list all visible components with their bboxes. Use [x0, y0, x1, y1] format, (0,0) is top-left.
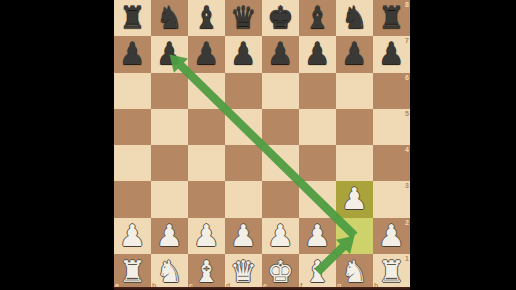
black-king[interactable]: ♚ [262, 0, 299, 36]
black-bishop[interactable]: ♝ [188, 0, 225, 36]
square-g4[interactable] [336, 145, 373, 181]
rank-label-5: 5 [405, 110, 409, 117]
square-c1[interactable]: c♝ [188, 254, 225, 290]
square-f8[interactable]: ♝ [299, 0, 336, 36]
black-pawn[interactable]: ♟ [262, 36, 299, 72]
square-e7[interactable]: ♟ [262, 36, 299, 72]
square-f1[interactable]: f♝ [299, 254, 336, 290]
square-b7[interactable]: ♟ [151, 36, 188, 72]
black-pawn[interactable]: ♟ [114, 36, 151, 72]
square-c5[interactable] [188, 109, 225, 145]
black-pawn[interactable]: ♟ [188, 36, 225, 72]
square-a3[interactable] [114, 181, 151, 217]
square-b2[interactable]: ♟ [151, 218, 188, 254]
square-g6[interactable] [336, 73, 373, 109]
square-b5[interactable] [151, 109, 188, 145]
square-c8[interactable]: ♝ [188, 0, 225, 36]
square-d7[interactable]: ♟ [225, 36, 262, 72]
white-pawn[interactable]: ♟ [151, 218, 188, 254]
white-pawn[interactable]: ♟ [225, 218, 262, 254]
square-a5[interactable] [114, 109, 151, 145]
square-g1[interactable]: g♞ [336, 254, 373, 290]
black-pawn[interactable]: ♟ [299, 36, 336, 72]
square-f6[interactable] [299, 73, 336, 109]
square-e2[interactable]: ♟ [262, 218, 299, 254]
rank-label-6: 6 [405, 74, 409, 81]
white-bishop[interactable]: ♝ [299, 254, 336, 290]
square-d3[interactable] [225, 181, 262, 217]
square-c4[interactable] [188, 145, 225, 181]
rank-label-1: 1 [405, 255, 409, 262]
white-pawn[interactable]: ♟ [262, 218, 299, 254]
white-bishop[interactable]: ♝ [188, 254, 225, 290]
square-b8[interactable]: ♞ [151, 0, 188, 36]
square-d5[interactable] [225, 109, 262, 145]
square-f4[interactable] [299, 145, 336, 181]
square-a8[interactable]: ♜ [114, 0, 151, 36]
screenshot-stage: ♜♞♝♛♚♝♞8♜♟♟♟♟♟♟♟7♟654♟3♟♟♟♟♟♟2♟a♜b♞c♝d♛e… [0, 0, 516, 290]
square-a2[interactable]: ♟ [114, 218, 151, 254]
white-knight[interactable]: ♞ [336, 254, 373, 290]
square-e8[interactable]: ♚ [262, 0, 299, 36]
white-queen[interactable]: ♛ [225, 254, 262, 290]
square-h7[interactable]: 7♟ [373, 36, 410, 72]
square-b1[interactable]: b♞ [151, 254, 188, 290]
square-h6[interactable]: 6 [373, 73, 410, 109]
square-e1[interactable]: e♚ [262, 254, 299, 290]
square-a4[interactable] [114, 145, 151, 181]
chess-board-area: ♜♞♝♛♚♝♞8♜♟♟♟♟♟♟♟7♟654♟3♟♟♟♟♟♟2♟a♜b♞c♝d♛e… [114, 0, 410, 290]
rank-label-4: 4 [405, 146, 409, 153]
black-bishop[interactable]: ♝ [299, 0, 336, 36]
square-b6[interactable] [151, 73, 188, 109]
white-pawn[interactable]: ♟ [299, 218, 336, 254]
square-e3[interactable] [262, 181, 299, 217]
black-queen[interactable]: ♛ [225, 0, 262, 36]
square-g8[interactable]: ♞ [336, 0, 373, 36]
square-h8[interactable]: 8♜ [373, 0, 410, 36]
square-g7[interactable]: ♟ [336, 36, 373, 72]
black-knight[interactable]: ♞ [151, 0, 188, 36]
left-black-bar [0, 0, 114, 290]
square-h2[interactable]: 2♟ [373, 218, 410, 254]
black-pawn[interactable]: ♟ [225, 36, 262, 72]
rank-label-8: 8 [405, 1, 409, 8]
black-pawn[interactable]: ♟ [336, 36, 373, 72]
black-rook[interactable]: ♜ [114, 0, 151, 36]
square-f5[interactable] [299, 109, 336, 145]
white-rook[interactable]: ♜ [114, 254, 151, 290]
white-knight[interactable]: ♞ [151, 254, 188, 290]
square-f7[interactable]: ♟ [299, 36, 336, 72]
white-king[interactable]: ♚ [262, 254, 299, 290]
chess-board: ♜♞♝♛♚♝♞8♜♟♟♟♟♟♟♟7♟654♟3♟♟♟♟♟♟2♟a♜b♞c♝d♛e… [114, 0, 410, 290]
square-d1[interactable]: d♛ [225, 254, 262, 290]
square-e5[interactable] [262, 109, 299, 145]
black-knight[interactable]: ♞ [336, 0, 373, 36]
square-a7[interactable]: ♟ [114, 36, 151, 72]
square-d8[interactable]: ♛ [225, 0, 262, 36]
square-b3[interactable] [151, 181, 188, 217]
square-c7[interactable]: ♟ [188, 36, 225, 72]
rank-label-7: 7 [405, 37, 409, 44]
square-h5[interactable]: 5 [373, 109, 410, 145]
square-f2[interactable]: ♟ [299, 218, 336, 254]
right-black-bar [410, 0, 516, 290]
square-h1[interactable]: 1h♜ [373, 254, 410, 290]
square-e6[interactable] [262, 73, 299, 109]
square-c3[interactable] [188, 181, 225, 217]
white-pawn[interactable]: ♟ [114, 218, 151, 254]
square-e4[interactable] [262, 145, 299, 181]
rank-label-3: 3 [405, 182, 409, 189]
white-pawn[interactable]: ♟ [336, 181, 373, 217]
white-pawn[interactable]: ♟ [188, 218, 225, 254]
black-pawn[interactable]: ♟ [151, 36, 188, 72]
square-a1[interactable]: a♜ [114, 254, 151, 290]
square-f3[interactable] [299, 181, 336, 217]
square-d2[interactable]: ♟ [225, 218, 262, 254]
square-c2[interactable]: ♟ [188, 218, 225, 254]
square-g5[interactable] [336, 109, 373, 145]
square-d6[interactable] [225, 73, 262, 109]
rank-label-2: 2 [405, 219, 409, 226]
square-c6[interactable] [188, 73, 225, 109]
square-b4[interactable] [151, 145, 188, 181]
square-g3[interactable]: ♟ [336, 181, 373, 217]
square-g2[interactable] [336, 218, 373, 254]
square-d4[interactable] [225, 145, 262, 181]
square-h3[interactable]: 3 [373, 181, 410, 217]
square-a6[interactable] [114, 73, 151, 109]
square-h4[interactable]: 4 [373, 145, 410, 181]
